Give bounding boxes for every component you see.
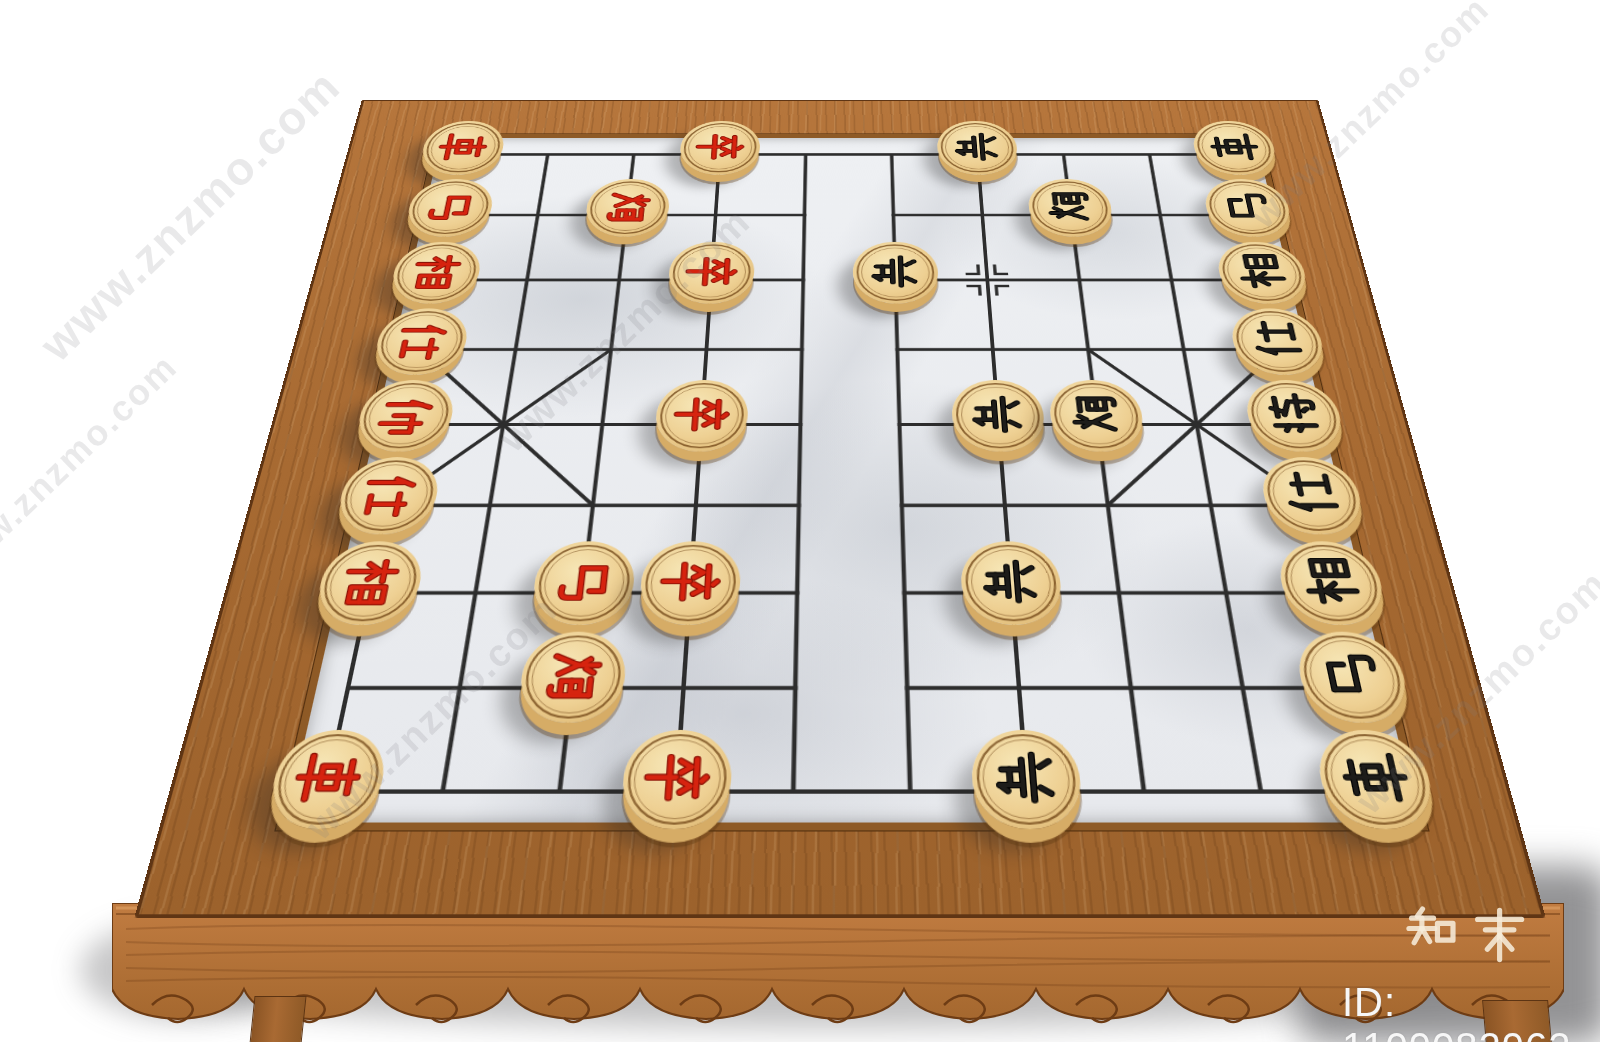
- znzmo-logo: [1396, 902, 1532, 972]
- table-top-frame: 车卒兵车马炮炮马相卒兵相仕仕帅卒兵炮将仕仕相马卒兵相炮马车卒兵车: [134, 100, 1546, 918]
- table-leg-left: [249, 996, 306, 1042]
- image-id: ID: 1109082962: [1342, 980, 1600, 1042]
- table-scene: 车卒兵车马炮炮马相卒兵相仕仕帅卒兵炮将仕仕相马卒兵相炮马车卒兵车: [134, 100, 1546, 918]
- watermark-text: www.znzmo.com: [0, 346, 186, 595]
- render-stage: 车卒兵车马炮炮马相卒兵相仕仕帅卒兵炮将仕仕相马卒兵相炮马车卒兵车 www.znz…: [0, 0, 1600, 1042]
- id-label: ID:: [1342, 980, 1396, 1024]
- id-value: 1109082962: [1342, 1025, 1572, 1042]
- xiangqi-board: 车卒兵车马炮炮马相卒兵相仕仕帅卒兵炮将仕仕相马卒兵相炮马车卒兵车: [276, 134, 1428, 830]
